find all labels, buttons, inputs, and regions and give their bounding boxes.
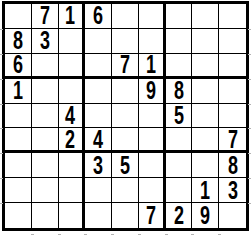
cell-r1c1[interactable] bbox=[5, 4, 32, 29]
cell-r9c4[interactable] bbox=[85, 203, 112, 228]
cell-r4c5[interactable] bbox=[112, 79, 139, 104]
cell-r2c3[interactable] bbox=[59, 29, 86, 54]
cell-digit: 5 bbox=[174, 104, 184, 128]
cell-r8c2[interactable] bbox=[32, 178, 59, 203]
cell-r4c1[interactable]: 1 bbox=[5, 79, 32, 104]
cell-r9c3[interactable] bbox=[59, 203, 86, 228]
cell-r6c7[interactable] bbox=[166, 128, 193, 153]
cell-r4c6[interactable]: 9 bbox=[139, 79, 166, 104]
cell-digit: 6 bbox=[13, 54, 23, 77]
gridline-tick bbox=[58, 234, 61, 235]
gridline-tick bbox=[248, 178, 251, 179]
cell-digit: 8 bbox=[174, 79, 184, 103]
cell-r2c2[interactable]: 3 bbox=[32, 29, 59, 54]
cell-digit: 8 bbox=[13, 29, 23, 53]
cell-digit: 4 bbox=[65, 104, 75, 128]
cell-r6c9[interactable]: 7 bbox=[219, 128, 246, 153]
cell-r4c8[interactable] bbox=[192, 79, 219, 104]
cell-r8c7[interactable] bbox=[166, 178, 193, 203]
cell-r2c7[interactable] bbox=[166, 29, 193, 54]
cell-r1c5[interactable] bbox=[112, 4, 139, 29]
cell-r5c1[interactable] bbox=[5, 104, 32, 129]
cell-r6c2[interactable] bbox=[32, 128, 59, 153]
cell-digit: 5 bbox=[120, 153, 130, 177]
cell-digit: 8 bbox=[228, 153, 238, 177]
cell-digit: 1 bbox=[200, 178, 210, 202]
cell-r7c4[interactable]: 3 bbox=[85, 153, 112, 178]
cell-r2c6[interactable] bbox=[139, 29, 166, 54]
cell-r1c8[interactable] bbox=[192, 4, 219, 29]
gridline-tick bbox=[0, 29, 3, 30]
cell-r3c8[interactable] bbox=[192, 54, 219, 79]
cell-digit: 6 bbox=[93, 4, 103, 28]
gridline-tick bbox=[0, 54, 3, 55]
cell-r5c6[interactable] bbox=[139, 104, 166, 129]
cell-r9c9[interactable] bbox=[219, 203, 246, 228]
cell-digit: 3 bbox=[228, 178, 238, 202]
gridline-tick bbox=[248, 203, 251, 204]
cell-r4c9[interactable] bbox=[219, 79, 246, 104]
cell-digit: 7 bbox=[228, 128, 238, 151]
cell-r1c2[interactable]: 7 bbox=[32, 4, 59, 29]
cell-r7c3[interactable] bbox=[59, 153, 86, 178]
cell-r1c4[interactable]: 6 bbox=[85, 4, 112, 29]
cell-r3c1[interactable]: 6 bbox=[5, 54, 32, 79]
sudoku-grid: 716836711984524735813729 bbox=[5, 4, 246, 228]
cell-r4c2[interactable] bbox=[32, 79, 59, 104]
gridline-tick bbox=[0, 79, 3, 80]
cell-r1c9[interactable] bbox=[219, 4, 246, 29]
cell-r3c9[interactable] bbox=[219, 54, 246, 79]
cell-r2c4[interactable] bbox=[85, 29, 112, 54]
gridline-tick bbox=[165, 234, 168, 235]
cell-r6c5[interactable] bbox=[112, 128, 139, 153]
cell-r8c1[interactable] bbox=[5, 178, 32, 203]
cell-digit: 9 bbox=[200, 203, 210, 228]
cell-r1c7[interactable] bbox=[166, 4, 193, 29]
cell-r6c6[interactable] bbox=[139, 128, 166, 153]
cell-r7c5[interactable]: 5 bbox=[112, 153, 139, 178]
cell-r3c7[interactable] bbox=[166, 54, 193, 79]
gridline-tick bbox=[248, 79, 251, 80]
cell-r5c9[interactable] bbox=[219, 104, 246, 129]
gridline-tick bbox=[84, 234, 87, 235]
gridline-tick bbox=[248, 29, 251, 30]
gridline-tick bbox=[248, 54, 251, 55]
cell-digit: 7 bbox=[146, 203, 156, 228]
cell-digit: 2 bbox=[65, 128, 75, 151]
gridline-tick bbox=[248, 153, 251, 154]
cell-r2c1[interactable]: 8 bbox=[5, 29, 32, 54]
cell-r5c3[interactable]: 4 bbox=[59, 104, 86, 129]
gridline-tick bbox=[0, 128, 3, 129]
cell-digit: 1 bbox=[65, 4, 75, 28]
cell-r4c7[interactable]: 8 bbox=[166, 79, 193, 104]
cell-r3c5[interactable]: 7 bbox=[112, 54, 139, 79]
gridline-tick bbox=[138, 234, 141, 235]
cell-r9c2[interactable] bbox=[32, 203, 59, 228]
cell-r9c8[interactable]: 9 bbox=[192, 203, 219, 228]
cell-r8c9[interactable]: 3 bbox=[219, 178, 246, 203]
gridline-tick bbox=[0, 178, 3, 179]
cell-digit: 7 bbox=[40, 4, 50, 28]
cell-r5c2[interactable] bbox=[32, 104, 59, 129]
cell-r7c6[interactable] bbox=[139, 153, 166, 178]
cell-r8c4[interactable] bbox=[85, 178, 112, 203]
cell-r8c6[interactable] bbox=[139, 178, 166, 203]
gridline-tick bbox=[111, 234, 114, 235]
cell-r4c3[interactable] bbox=[59, 79, 86, 104]
cell-digit: 1 bbox=[13, 79, 23, 103]
cell-r2c8[interactable] bbox=[192, 29, 219, 54]
cell-r8c5[interactable] bbox=[112, 178, 139, 203]
gridline-tick bbox=[218, 234, 221, 235]
gridline-tick bbox=[0, 203, 3, 204]
cell-digit: 9 bbox=[146, 79, 156, 103]
gridline-tick bbox=[248, 128, 251, 129]
cell-r9c6[interactable]: 7 bbox=[139, 203, 166, 228]
cell-r7c8[interactable] bbox=[192, 153, 219, 178]
gridline-tick bbox=[31, 234, 34, 235]
cell-r5c8[interactable] bbox=[192, 104, 219, 129]
gridline-tick bbox=[0, 104, 3, 105]
cell-r1c6[interactable] bbox=[139, 4, 166, 29]
cell-r2c5[interactable] bbox=[112, 29, 139, 54]
gridline-tick bbox=[248, 104, 251, 105]
cell-digit: 1 bbox=[146, 54, 156, 77]
cell-r7c2[interactable] bbox=[32, 153, 59, 178]
cell-digit: 4 bbox=[93, 128, 103, 151]
cell-r7c9[interactable]: 8 bbox=[219, 153, 246, 178]
cell-r8c3[interactable] bbox=[59, 178, 86, 203]
cell-r4c4[interactable] bbox=[85, 79, 112, 104]
cell-r9c7[interactable]: 2 bbox=[166, 203, 193, 228]
cell-r3c2[interactable] bbox=[32, 54, 59, 79]
gridline-tick bbox=[0, 153, 3, 154]
cell-r7c1[interactable] bbox=[5, 153, 32, 178]
cell-r3c3[interactable] bbox=[59, 54, 86, 79]
cell-digit: 2 bbox=[174, 203, 184, 228]
cell-digit: 3 bbox=[40, 29, 50, 53]
cell-r3c6[interactable]: 1 bbox=[139, 54, 166, 79]
cell-r6c3[interactable]: 2 bbox=[59, 128, 86, 153]
cell-r6c1[interactable] bbox=[5, 128, 32, 153]
cell-r8c8[interactable]: 1 bbox=[192, 178, 219, 203]
cell-r9c5[interactable] bbox=[112, 203, 139, 228]
sudoku-board: 716836711984524735813729 bbox=[2, 1, 249, 231]
gridline-tick bbox=[191, 234, 194, 235]
cell-digit: 7 bbox=[120, 54, 130, 77]
cell-r6c4[interactable]: 4 bbox=[85, 128, 112, 153]
cell-r2c9[interactable] bbox=[219, 29, 246, 54]
cell-r5c5[interactable] bbox=[112, 104, 139, 129]
cell-r5c4[interactable] bbox=[85, 104, 112, 129]
cell-r3c4[interactable] bbox=[85, 54, 112, 79]
cell-digit: 3 bbox=[93, 153, 103, 177]
cell-r9c1[interactable] bbox=[5, 203, 32, 228]
cell-r5c7[interactable]: 5 bbox=[166, 104, 193, 129]
cell-r1c3[interactable]: 1 bbox=[59, 4, 86, 29]
cell-r7c7[interactable] bbox=[166, 153, 193, 178]
cell-r6c8[interactable] bbox=[192, 128, 219, 153]
